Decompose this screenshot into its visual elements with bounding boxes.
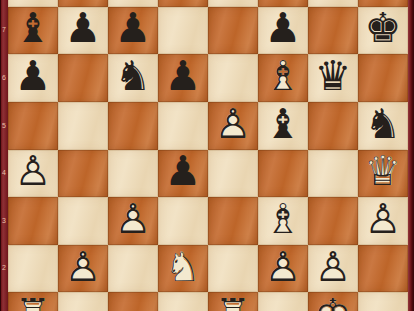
square-h4[interactable]: ♛♕ [358,150,408,198]
square-c8[interactable] [108,0,158,7]
square-a8[interactable] [8,0,58,7]
square-c1[interactable] [108,292,158,311]
square-a7[interactable]: ♝ [8,7,58,55]
black-rook-e8: ♜ [208,0,258,7]
white-king-g1: ♚♔ [308,292,358,311]
chess-board: ♜♜♝♟♟♟♚♟♞♟♝♗♛♟♙♝♞♟♙♟♛♕♟♙♝♗♟♙♟♙♞♘♟♙♟♙♜♖♜♖… [8,0,408,311]
square-c4[interactable] [108,150,158,198]
square-h1[interactable] [358,292,408,311]
square-g5[interactable] [308,102,358,150]
rank-label-5: 5 [0,101,8,149]
chess-diagram: ♜♜♝♟♟♟♚♟♞♟♝♗♛♟♙♝♞♟♙♟♛♕♟♙♝♗♟♙♟♙♞♘♟♙♟♙♜♖♜♖… [0,0,414,311]
black-knight-h5: ♞ [358,102,408,150]
square-f4[interactable] [258,150,308,198]
white-pawn-f2: ♟♙ [258,245,308,293]
black-pawn-d4: ♟ [158,150,208,198]
board-frame-left: 765432 [0,0,8,311]
white-queen-h4: ♛♕ [358,150,408,198]
square-d8[interactable] [158,0,208,7]
black-pawn-a6: ♟ [8,54,58,102]
white-pawn-b2: ♟♙ [58,245,108,293]
rank-labels: 765432 [0,6,8,292]
square-h2[interactable] [358,245,408,293]
square-e4[interactable] [208,150,258,198]
square-f3[interactable]: ♝♗ [258,197,308,245]
square-g4[interactable] [308,150,358,198]
square-b7[interactable]: ♟ [58,7,108,55]
black-queen-g6: ♛ [308,54,358,102]
white-pawn-c3: ♟♙ [108,197,158,245]
square-a5[interactable] [8,102,58,150]
rank-label-3: 3 [0,197,8,245]
square-g7[interactable] [308,7,358,55]
black-rook-g8: ♜ [308,0,358,7]
square-d4[interactable]: ♟ [158,150,208,198]
white-pawn-g2: ♟♙ [308,245,358,293]
square-h3[interactable]: ♟♙ [358,197,408,245]
white-pawn-h3: ♟♙ [358,197,408,245]
square-g1[interactable]: ♚♔ [308,292,358,311]
white-knight-d2: ♞♘ [158,245,208,293]
square-f1[interactable] [258,292,308,311]
white-rook-a1: ♜♖ [8,292,58,311]
black-pawn-c7: ♟ [108,7,158,55]
white-rook-e1: ♜♖ [208,292,258,311]
square-d7[interactable] [158,7,208,55]
square-f8[interactable] [258,0,308,7]
square-f7[interactable]: ♟ [258,7,308,55]
square-d2[interactable]: ♞♘ [158,245,208,293]
black-pawn-f7: ♟ [258,7,308,55]
square-c6[interactable]: ♞ [108,54,158,102]
square-d1[interactable] [158,292,208,311]
square-b2[interactable]: ♟♙ [58,245,108,293]
square-e7[interactable] [208,7,258,55]
square-c3[interactable]: ♟♙ [108,197,158,245]
black-pawn-d6: ♟ [158,54,208,102]
board-frame-right [408,0,414,311]
square-e6[interactable] [208,54,258,102]
square-g2[interactable]: ♟♙ [308,245,358,293]
square-a3[interactable] [8,197,58,245]
square-b5[interactable] [58,102,108,150]
square-g8[interactable]: ♜ [308,0,358,7]
square-h6[interactable] [358,54,408,102]
square-h7[interactable]: ♚ [358,7,408,55]
rank-label-7: 7 [0,6,8,54]
white-pawn-a4: ♟♙ [8,150,58,198]
square-e8[interactable]: ♜ [208,0,258,7]
square-f5[interactable]: ♝ [258,102,308,150]
white-bishop-f3: ♝♗ [258,197,308,245]
black-bishop-f5: ♝ [258,102,308,150]
black-knight-c6: ♞ [108,54,158,102]
square-b1[interactable] [58,292,108,311]
rank-label-6: 6 [0,54,8,102]
square-h8[interactable] [358,0,408,7]
square-b3[interactable] [58,197,108,245]
black-king-h7: ♚ [358,7,408,55]
square-d5[interactable] [158,102,208,150]
white-pawn-e5: ♟♙ [208,102,258,150]
square-h5[interactable]: ♞ [358,102,408,150]
square-d6[interactable]: ♟ [158,54,208,102]
black-bishop-a7: ♝ [8,7,58,55]
square-e2[interactable] [208,245,258,293]
square-c5[interactable] [108,102,158,150]
square-f2[interactable]: ♟♙ [258,245,308,293]
white-bishop-f6: ♝♗ [258,54,308,102]
square-d3[interactable] [158,197,208,245]
square-a2[interactable] [8,245,58,293]
square-a6[interactable]: ♟ [8,54,58,102]
square-g3[interactable] [308,197,358,245]
square-c7[interactable]: ♟ [108,7,158,55]
square-a1[interactable]: ♜♖ [8,292,58,311]
square-c2[interactable] [108,245,158,293]
black-pawn-b7: ♟ [58,7,108,55]
square-e5[interactable]: ♟♙ [208,102,258,150]
square-b8[interactable] [58,0,108,7]
square-e1[interactable]: ♜♖ [208,292,258,311]
rank-label-4: 4 [0,149,8,197]
square-a4[interactable]: ♟♙ [8,150,58,198]
square-b4[interactable] [58,150,108,198]
square-b6[interactable] [58,54,108,102]
rank-label-2: 2 [0,244,8,292]
square-e3[interactable] [208,197,258,245]
square-f6[interactable]: ♝♗ [258,54,308,102]
square-g6[interactable]: ♛ [308,54,358,102]
